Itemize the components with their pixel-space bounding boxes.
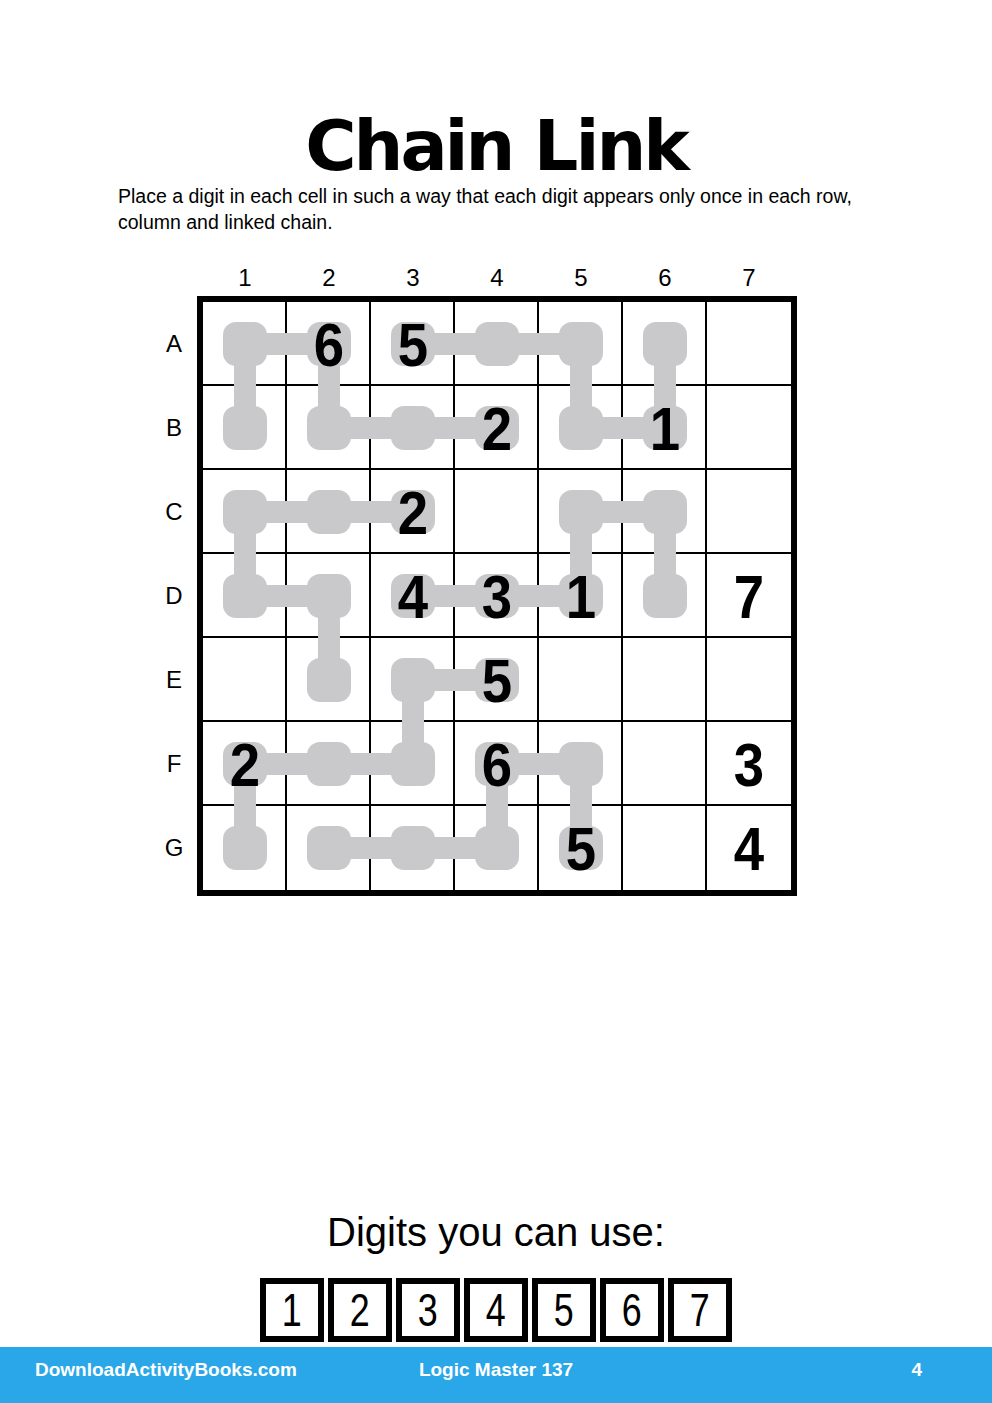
col-label-6: 6 — [623, 264, 707, 292]
grid-cell-E5[interactable] — [539, 638, 623, 722]
chain-dot-D6 — [643, 574, 687, 618]
given-digit-F7: 3 — [712, 722, 786, 806]
given-digit-E4: 5 — [460, 638, 534, 722]
grid-cell-E1[interactable] — [203, 638, 287, 722]
digit-box-5: 5 — [532, 1278, 596, 1342]
given-digit-F4: 6 — [460, 722, 534, 806]
row-label-E: E — [156, 665, 192, 695]
chain-dot-C6 — [643, 490, 687, 534]
digit-box-7: 7 — [668, 1278, 732, 1342]
row-label-F: F — [156, 749, 192, 779]
chain-dot-D1 — [223, 574, 267, 618]
grid-cell-A7[interactable] — [707, 302, 791, 386]
digit-box-3: 3 — [396, 1278, 460, 1342]
given-digit-G7: 4 — [712, 806, 786, 890]
row-label-G: G — [156, 833, 192, 863]
row-label-A: A — [156, 329, 192, 359]
chain-dot-F5 — [559, 742, 603, 786]
col-label-2: 2 — [287, 264, 371, 292]
given-digit-D7: 7 — [712, 554, 786, 638]
given-digit-F1: 2 — [208, 722, 282, 806]
grid-cell-C7[interactable] — [707, 470, 791, 554]
chain-dot-A6 — [643, 322, 687, 366]
chain-dot-C5 — [559, 490, 603, 534]
chain-dot-B5 — [559, 406, 603, 450]
col-label-5: 5 — [539, 264, 623, 292]
grid-cell-E7[interactable] — [707, 638, 791, 722]
grid-cell-F6[interactable] — [623, 722, 707, 806]
digit-box-1: 1 — [260, 1278, 324, 1342]
chain-dot-F3 — [391, 742, 435, 786]
chain-dot-A4 — [475, 322, 519, 366]
footer-series: Logic Master 137 — [0, 1359, 992, 1381]
digit-box-6: 6 — [600, 1278, 664, 1342]
chain-dot-C1 — [223, 490, 267, 534]
given-digit-D5: 1 — [544, 554, 618, 638]
chain-dot-G3 — [391, 826, 435, 870]
digit-box-label-4: 4 — [486, 1283, 506, 1337]
row-label-C: C — [156, 497, 192, 527]
chain-dot-A5 — [559, 322, 603, 366]
col-label-3: 3 — [371, 264, 455, 292]
chain-dot-B1 — [223, 406, 267, 450]
digit-box-label-6: 6 — [622, 1283, 642, 1337]
grid-cell-B7[interactable] — [707, 386, 791, 470]
chain-dot-G2 — [307, 826, 351, 870]
chain-dot-F2 — [307, 742, 351, 786]
digit-box-4: 4 — [464, 1278, 528, 1342]
given-digit-C3: 2 — [376, 470, 450, 554]
chain-dot-D2 — [307, 574, 351, 618]
column-labels: 1234567 — [203, 264, 791, 292]
given-digit-D4: 3 — [460, 554, 534, 638]
given-digit-A3: 5 — [376, 302, 450, 386]
row-label-B: B — [156, 413, 192, 443]
row-label-D: D — [156, 581, 192, 611]
footer-page-number: 4 — [911, 1359, 922, 1381]
chain-dot-E2 — [307, 658, 351, 702]
digit-boxes: 1234567 — [0, 1278, 992, 1342]
grid-cell-E6[interactable] — [623, 638, 707, 722]
digit-box-label-3: 3 — [418, 1283, 438, 1337]
grid-cell-G6[interactable] — [623, 806, 707, 890]
footer: DownloadActivityBooks.com Logic Master 1… — [0, 1347, 992, 1403]
chain-dot-A1 — [223, 322, 267, 366]
digits-heading: Digits you can use: — [0, 1210, 992, 1255]
digit-box-label-2: 2 — [350, 1283, 370, 1337]
col-label-4: 4 — [455, 264, 539, 292]
digit-box-label-1: 1 — [282, 1283, 302, 1337]
digit-box-label-7: 7 — [690, 1283, 710, 1337]
chain-dot-B2 — [307, 406, 351, 450]
given-digit-A2: 6 — [292, 302, 366, 386]
instructions: Place a digit in each cell in such a way… — [118, 183, 900, 235]
col-label-1: 1 — [203, 264, 287, 292]
chain-dot-G1 — [223, 826, 267, 870]
chain-dot-G4 — [475, 826, 519, 870]
given-digit-B6: 1 — [628, 386, 702, 470]
digit-box-2: 2 — [328, 1278, 392, 1342]
digit-box-label-5: 5 — [554, 1283, 574, 1337]
grid-cell-C4[interactable] — [455, 470, 539, 554]
col-label-7: 7 — [707, 264, 791, 292]
given-digit-B4: 2 — [460, 386, 534, 470]
given-digit-D3: 4 — [376, 554, 450, 638]
puzzle-board: 652124317526354 — [197, 296, 797, 896]
puzzle-title: Chain Link — [0, 105, 992, 187]
chain-dot-B3 — [391, 406, 435, 450]
chain-dot-E3 — [391, 658, 435, 702]
given-digit-G5: 5 — [544, 806, 618, 890]
chain-dot-C2 — [307, 490, 351, 534]
